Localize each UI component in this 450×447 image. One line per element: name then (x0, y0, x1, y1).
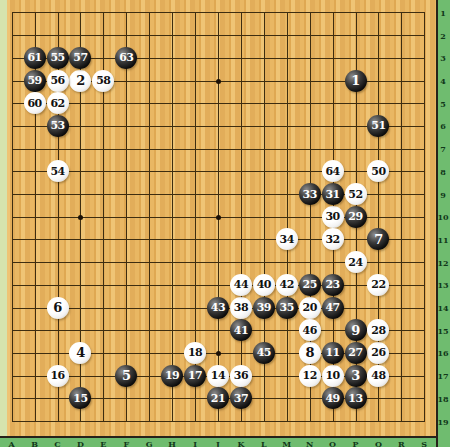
stone-64-white-O8: 64 (322, 160, 344, 182)
move-number: 18 (188, 347, 202, 358)
row-label-12: 12 (436, 258, 450, 268)
stone-33-black-N9: 33 (299, 183, 321, 205)
stone-27-black-P16: 27 (345, 342, 367, 364)
move-number: 20 (303, 302, 317, 313)
column-label-G: G (142, 439, 156, 447)
column-label-P: P (349, 439, 363, 447)
column-label-Q: Q (371, 439, 385, 447)
move-number: 10 (325, 370, 339, 381)
column-label-N: N (303, 439, 317, 447)
stone-59-black-B4: 59 (24, 70, 46, 92)
row-label-15: 15 (436, 326, 450, 336)
stone-45-black-L16: 45 (253, 342, 275, 364)
stone-52-white-P9: 52 (345, 183, 367, 205)
move-number: 59 (27, 75, 41, 86)
row-label-8: 8 (436, 167, 450, 177)
stone-44-white-K13: 44 (230, 274, 252, 296)
stone-49-black-O18: 49 (322, 387, 344, 409)
stone-18-white-I16: 18 (184, 342, 206, 364)
row-label-19: 19 (436, 417, 450, 427)
column-label-O: O (326, 439, 340, 447)
stone-54-white-C8: 54 (47, 160, 69, 182)
stone-40-white-L13: 40 (253, 274, 275, 296)
stone-13-black-P18: 13 (345, 387, 367, 409)
move-number: 25 (303, 279, 317, 290)
move-number: 7 (374, 232, 383, 245)
move-number: 27 (348, 347, 362, 358)
move-number: 64 (325, 165, 339, 176)
move-number: 11 (325, 347, 339, 358)
column-label-C: C (51, 439, 65, 447)
row-label-2: 2 (436, 31, 450, 41)
stone-60-white-B5: 60 (24, 92, 46, 114)
move-number: 61 (27, 52, 41, 63)
row-label-13: 13 (436, 280, 450, 290)
stone-29-black-P10: 29 (345, 206, 367, 228)
move-number: 26 (371, 347, 385, 358)
move-number: 53 (50, 120, 64, 131)
stone-11-black-O16: 11 (322, 342, 344, 364)
row-label-14: 14 (436, 303, 450, 313)
move-number: 17 (188, 370, 202, 381)
move-number: 8 (305, 346, 314, 359)
stone-42-white-M13: 42 (276, 274, 298, 296)
stone-56-white-C4: 56 (47, 70, 69, 92)
column-label-L: L (257, 439, 271, 447)
left-edge-strip (0, 0, 7, 436)
move-number: 2 (76, 74, 85, 87)
stone-19-black-H17: 19 (161, 365, 183, 387)
stone-58-white-E4: 58 (92, 70, 114, 92)
row-label-5: 5 (436, 99, 450, 109)
move-number: 49 (325, 392, 339, 403)
move-number: 15 (73, 392, 87, 403)
move-number: 14 (211, 370, 225, 381)
stone-34-white-M11: 34 (276, 228, 298, 250)
move-number: 44 (234, 279, 248, 290)
move-number: 13 (348, 392, 362, 403)
move-number: 4 (76, 346, 85, 359)
stone-46-white-N15: 46 (299, 319, 321, 341)
column-label-S: S (417, 439, 431, 447)
stone-32-white-O11: 32 (322, 228, 344, 250)
move-number: 57 (73, 52, 87, 63)
stone-6-white-C14: 6 (47, 297, 69, 319)
move-number: 32 (325, 233, 339, 244)
row-label-6: 6 (436, 121, 450, 131)
grid-line-vertical (401, 12, 402, 422)
column-label-I: I (188, 439, 202, 447)
star-point (216, 351, 221, 356)
move-number: 52 (348, 188, 362, 199)
row-label-18: 18 (436, 394, 450, 404)
move-number: 23 (325, 279, 339, 290)
row-label-10: 10 (436, 212, 450, 222)
row-label-7: 7 (436, 144, 450, 154)
stone-43-black-J14: 43 (207, 297, 229, 319)
grid-line-horizontal (12, 239, 426, 240)
row-label-17: 17 (436, 371, 450, 381)
move-number: 58 (96, 75, 110, 86)
stone-41-black-K15: 41 (230, 319, 252, 341)
move-number: 60 (27, 97, 41, 108)
move-number: 3 (351, 369, 360, 382)
stone-5-black-F17: 5 (115, 365, 137, 387)
move-number: 16 (50, 370, 64, 381)
stone-62-white-C5: 62 (47, 92, 69, 114)
move-number: 5 (122, 369, 131, 382)
stone-61-black-B3: 61 (24, 47, 46, 69)
move-number: 6 (53, 301, 62, 314)
move-number: 41 (234, 324, 248, 335)
stone-47-black-O14: 47 (322, 297, 344, 319)
move-number: 62 (50, 97, 64, 108)
stone-36-white-K17: 36 (230, 365, 252, 387)
move-number: 1 (351, 74, 360, 87)
move-number: 55 (50, 52, 64, 63)
row-label-11: 11 (436, 235, 450, 245)
move-number: 30 (325, 211, 339, 222)
move-number: 56 (50, 75, 64, 86)
move-number: 51 (371, 120, 385, 131)
move-number: 63 (119, 52, 133, 63)
star-point (216, 215, 221, 220)
move-number: 36 (234, 370, 248, 381)
move-number: 33 (303, 188, 317, 199)
stone-17-black-I17: 17 (184, 365, 206, 387)
stone-9-black-P15: 9 (345, 319, 367, 341)
move-number: 45 (257, 347, 271, 358)
stone-1-black-P4: 1 (345, 70, 367, 92)
stone-30-white-O10: 30 (322, 206, 344, 228)
column-label-M: M (280, 439, 294, 447)
stone-53-black-C6: 53 (47, 115, 69, 137)
row-label-16: 16 (436, 348, 450, 358)
move-number: 39 (257, 302, 271, 313)
column-label-A: A (5, 439, 19, 447)
stone-39-black-L14: 39 (253, 297, 275, 319)
stone-14-white-J17: 14 (207, 365, 229, 387)
stone-55-black-C3: 55 (47, 47, 69, 69)
column-label-R: R (394, 439, 408, 447)
move-number: 42 (280, 279, 294, 290)
move-number: 38 (234, 302, 248, 313)
move-number: 54 (50, 165, 64, 176)
move-number: 19 (165, 370, 179, 381)
star-point (216, 79, 221, 84)
move-number: 22 (371, 279, 385, 290)
grid-line-horizontal (12, 421, 426, 422)
stone-63-black-F3: 63 (115, 47, 137, 69)
column-label-J: J (211, 439, 225, 447)
row-label-1: 1 (436, 8, 450, 18)
move-number: 50 (371, 165, 385, 176)
move-number: 31 (325, 188, 339, 199)
row-label-4: 4 (436, 76, 450, 86)
grid-line-vertical (241, 12, 242, 422)
move-number: 46 (303, 324, 317, 335)
stone-10-white-O17: 10 (322, 365, 344, 387)
row-label-9: 9 (436, 190, 450, 200)
stone-16-white-C17: 16 (47, 365, 69, 387)
column-label-K: K (234, 439, 248, 447)
stone-31-black-O9: 31 (322, 183, 344, 205)
grid-line-horizontal (12, 285, 426, 286)
column-label-E: E (96, 439, 110, 447)
stone-35-black-M14: 35 (276, 297, 298, 319)
move-number: 37 (234, 392, 248, 403)
stone-2-white-D4: 2 (69, 70, 91, 92)
column-label-H: H (165, 439, 179, 447)
move-number: 35 (280, 302, 294, 313)
stone-8-white-N16: 8 (299, 342, 321, 364)
stone-12-white-N17: 12 (299, 365, 321, 387)
grid-line-vertical (287, 12, 288, 422)
move-number: 21 (211, 392, 225, 403)
stone-38-white-K14: 38 (230, 297, 252, 319)
stone-3-black-P17: 3 (345, 365, 367, 387)
move-number: 47 (325, 302, 339, 313)
stone-20-white-N14: 20 (299, 297, 321, 319)
stone-24-white-P12: 24 (345, 251, 367, 273)
stone-48-white-Q17: 48 (367, 365, 389, 387)
move-number: 12 (303, 370, 317, 381)
move-number: 24 (348, 256, 362, 267)
move-number: 29 (348, 211, 362, 222)
move-number: 40 (257, 279, 271, 290)
column-label-F: F (119, 439, 133, 447)
stone-23-black-O13: 23 (322, 274, 344, 296)
column-label-B: B (28, 439, 42, 447)
grid-line-vertical (424, 12, 425, 422)
row-label-3: 3 (436, 53, 450, 63)
move-number: 28 (371, 324, 385, 335)
move-number: 9 (351, 323, 360, 336)
move-number: 48 (371, 370, 385, 381)
go-board-app: 1234567891011121314151617181920212223242… (0, 0, 450, 447)
stone-25-black-N13: 25 (299, 274, 321, 296)
column-label-D: D (73, 439, 87, 447)
move-number: 43 (211, 302, 225, 313)
move-number: 34 (280, 233, 294, 244)
